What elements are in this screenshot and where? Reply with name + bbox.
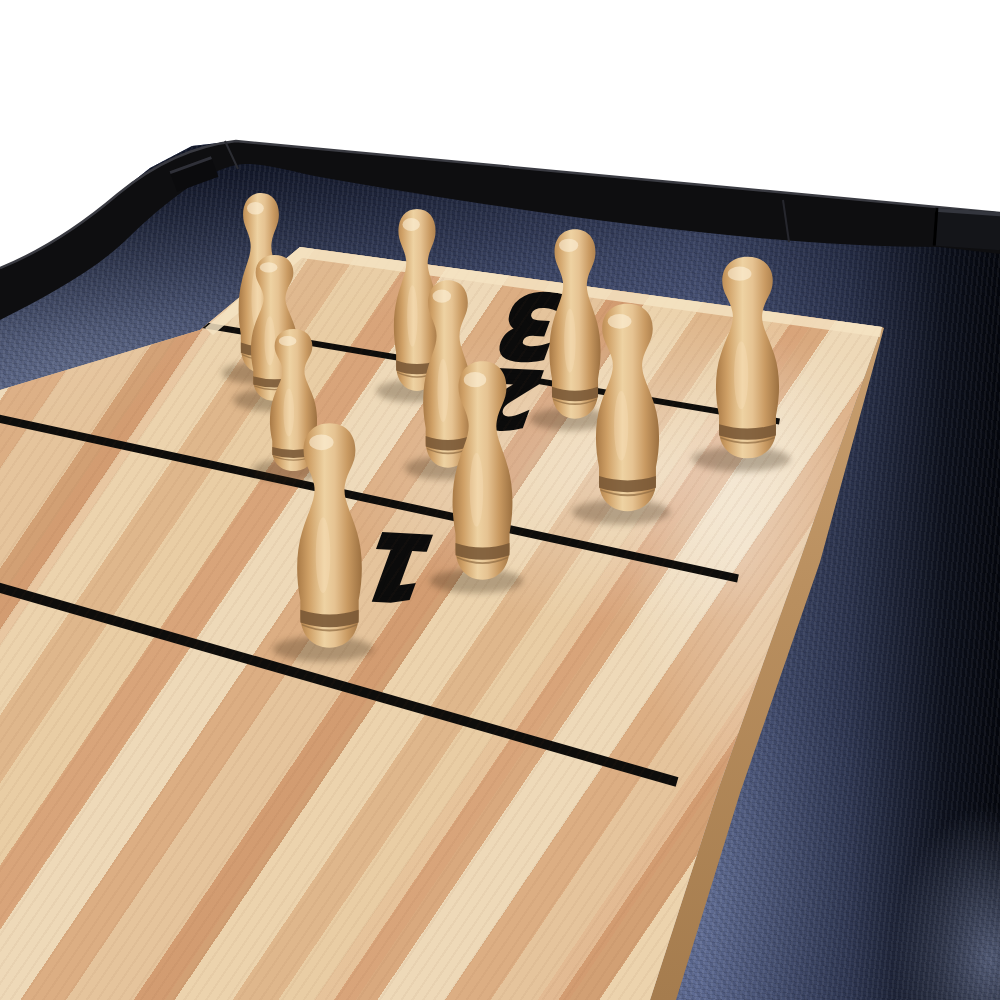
shuffleboard-bowling-photo: 3 2 1: [0, 0, 1000, 1000]
bowling-pin-10: [716, 257, 779, 459]
bowling-pin-9: [549, 229, 600, 418]
bowling-pin-1: [297, 423, 362, 647]
bowling-pin-3: [453, 361, 513, 580]
bowling-pins-layer: [0, 0, 1000, 1000]
bowling-pin-6: [596, 304, 659, 511]
